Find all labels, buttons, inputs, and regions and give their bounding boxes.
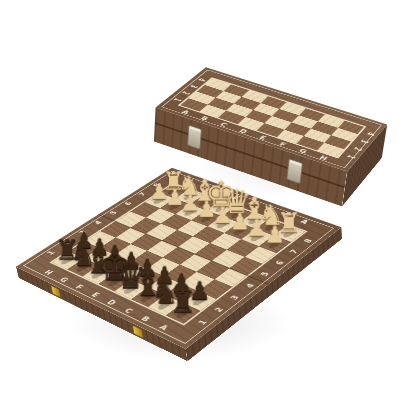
- chess-set-product-photo: ABCDEFGH44332211 ♜♟♟♜♞♟♟♞♝♟♟♝♚♟♟♚♛♟♟♛♝♟♟…: [0, 0, 400, 400]
- closed-box-lid-top: ABCDEFGH44332211: [156, 67, 388, 171]
- rank-label-near: 6: [272, 258, 288, 268]
- board-brass-clasp-1: [50, 285, 61, 298]
- file-label-near: A: [154, 322, 172, 332]
- piece-black-rook-a1: ♜: [170, 287, 196, 317]
- rank-label-near: 2: [211, 305, 228, 316]
- file-label-near: B: [136, 314, 154, 324]
- box-rank-label-right: 2: [351, 145, 363, 153]
- box-rank-label-right: 4: [364, 130, 376, 138]
- box-rank-label-right: 1: [344, 152, 357, 160]
- rank-label-near: 5: [257, 269, 274, 279]
- box-latch-right: [286, 158, 303, 184]
- file-label-near: F: [70, 283, 87, 292]
- rank-label-near: 7: [287, 247, 303, 257]
- rank-label-near: 3: [226, 292, 243, 303]
- file-label-near: H: [40, 268, 56, 277]
- file-label-near: G: [55, 275, 71, 284]
- file-label-near: E: [86, 290, 103, 299]
- board-brass-clasp-2: [132, 325, 144, 339]
- file-label-near: D: [102, 298, 119, 308]
- box-latch-left: [187, 125, 202, 150]
- rank-label-far: 7: [136, 190, 151, 198]
- rank-label-near: 1: [194, 317, 212, 328]
- file-label-near: C: [119, 306, 136, 316]
- board-surface: ♜♟♟♜♞♟♟♞♝♟♟♝♚♟♟♚♛♟♟♛♝♟♟♝♞♟♟♞♜♟♟♜ HHGGFFE…: [16, 168, 342, 349]
- rank-label-near: 4: [242, 281, 259, 291]
- piece-white-pawn-a7: ♟: [264, 223, 285, 246]
- box-rank-label-right: 3: [357, 137, 369, 145]
- rank-label-near: 8: [301, 236, 317, 245]
